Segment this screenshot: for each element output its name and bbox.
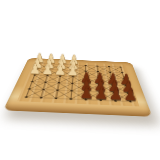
peg-light[interactable]: ♟ [54, 63, 67, 77]
peg-dark[interactable]: ♟ [79, 84, 94, 100]
board-hole[interactable] [91, 63, 103, 69]
board-hole[interactable]: ♟ [27, 72, 42, 79]
peg-light[interactable]: ♟ [31, 56, 43, 69]
board-hole[interactable] [103, 64, 116, 70]
peg-light[interactable]: ♟ [45, 52, 57, 65]
peg-light[interactable]: ♟ [43, 57, 55, 70]
peg-light[interactable]: ♟ [33, 51, 45, 64]
product-photo-scene: ♟♟♟♟♟♟♟♟♟♟♟♟♟♟♟♟♟♟♟♟♟♟♟♟ [0, 0, 160, 160]
game-board: ♟♟♟♟♟♟♟♟♟♟♟♟♟♟♟♟♟♟♟♟♟♟♟♟ [3, 58, 152, 117]
board-hole[interactable] [80, 63, 92, 69]
board-hole[interactable]: ♟ [42, 66, 56, 72]
board-hole[interactable]: ♟ [53, 73, 67, 80]
peg-light[interactable]: ♟ [28, 62, 41, 76]
board-base-bevel: ♟♟♟♟♟♟♟♟♟♟♟♟♟♟♟♟♟♟♟♟♟♟♟♟ [3, 58, 152, 117]
board-hole[interactable]: ♟ [67, 68, 80, 74]
board-hole[interactable]: ♟ [30, 66, 44, 72]
board-hole[interactable]: ♟ [44, 61, 57, 67]
board-hole[interactable]: ♟ [32, 61, 46, 67]
peg-light[interactable]: ♟ [67, 63, 80, 77]
board-hole[interactable]: ♟ [56, 62, 69, 68]
board-hole[interactable]: ♟ [66, 73, 79, 80]
board-hole[interactable] [114, 64, 127, 70]
board-hole[interactable]: ♟ [40, 72, 55, 79]
peg-light[interactable]: ♟ [41, 62, 54, 76]
peg-light[interactable]: ♟ [55, 57, 67, 70]
peg-light[interactable]: ♟ [68, 58, 80, 71]
board-hole[interactable]: ♟ [55, 67, 68, 73]
scene-rotation-wrapper: ♟♟♟♟♟♟♟♟♟♟♟♟♟♟♟♟♟♟♟♟♟♟♟♟ [0, 0, 160, 160]
board-hole[interactable]: ♟ [68, 62, 80, 68]
peg-light[interactable]: ♟ [57, 52, 69, 65]
board-field: ♟♟♟♟♟♟♟♟♟♟♟♟♟♟♟♟♟♟♟♟♟♟♟♟ [17, 61, 139, 107]
peg-dark[interactable]: ♟ [94, 85, 109, 101]
peg-dark[interactable]: ♟ [109, 86, 124, 102]
peg-dark[interactable]: ♟ [124, 86, 139, 102]
peg-light[interactable]: ♟ [68, 53, 80, 66]
